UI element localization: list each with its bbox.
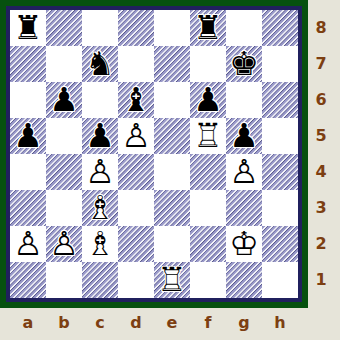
piece-black-pawn[interactable]: ♟♟ — [226, 118, 262, 154]
square-b2[interactable]: ♟♙ — [46, 226, 82, 262]
piece-white-rook[interactable]: ♜♖ — [190, 118, 226, 154]
square-b7[interactable] — [46, 46, 82, 82]
rank-label-2: 2 — [308, 226, 334, 262]
square-b4[interactable] — [46, 154, 82, 190]
piece-black-rook[interactable]: ♜♜ — [190, 10, 226, 46]
chess-diagram: ♜♜♜♜♞♞♚♚♟♟♝♝♟♟♟♟♟♟♟♙♜♖♟♟♟♙♟♙♝♗♟♙♟♙♝♗♚♔♜♖… — [0, 0, 340, 340]
piece-outline-glyph: ♟ — [226, 118, 262, 154]
square-f5[interactable]: ♜♖ — [190, 118, 226, 154]
piece-outline-glyph: ♜ — [10, 10, 46, 46]
piece-outline-glyph: ♔ — [226, 226, 262, 262]
square-c2[interactable]: ♝♗ — [82, 226, 118, 262]
rank-label-7: 7 — [308, 46, 334, 82]
square-f4[interactable] — [190, 154, 226, 190]
piece-outline-glyph: ♚ — [226, 46, 262, 82]
file-label-b: b — [46, 308, 82, 340]
square-d6[interactable]: ♝♝ — [118, 82, 154, 118]
square-b8[interactable] — [46, 10, 82, 46]
square-f2[interactable] — [190, 226, 226, 262]
square-g6[interactable] — [226, 82, 262, 118]
rank-label-6: 6 — [308, 82, 334, 118]
square-h1[interactable] — [262, 262, 298, 298]
square-h8[interactable] — [262, 10, 298, 46]
square-g7[interactable]: ♚♚ — [226, 46, 262, 82]
square-e1[interactable]: ♜♖ — [154, 262, 190, 298]
square-g5[interactable]: ♟♟ — [226, 118, 262, 154]
piece-black-pawn[interactable]: ♟♟ — [46, 82, 82, 118]
square-c3[interactable]: ♝♗ — [82, 190, 118, 226]
square-g4[interactable]: ♟♙ — [226, 154, 262, 190]
square-d1[interactable] — [118, 262, 154, 298]
chess-board: ♜♜♜♜♞♞♚♚♟♟♝♝♟♟♟♟♟♟♟♙♜♖♟♟♟♙♟♙♝♗♟♙♟♙♝♗♚♔♜♖ — [10, 10, 298, 298]
rank-label-3: 3 — [308, 190, 334, 226]
piece-outline-glyph: ♟ — [82, 118, 118, 154]
piece-black-knight[interactable]: ♞♞ — [82, 46, 118, 82]
square-h2[interactable] — [262, 226, 298, 262]
square-b5[interactable] — [46, 118, 82, 154]
file-label-c: c — [82, 308, 118, 340]
file-label-g: g — [226, 308, 262, 340]
piece-outline-glyph: ♖ — [190, 118, 226, 154]
file-label-a: a — [10, 308, 46, 340]
square-c7[interactable]: ♞♞ — [82, 46, 118, 82]
file-label-h: h — [262, 308, 298, 340]
square-c4[interactable]: ♟♙ — [82, 154, 118, 190]
piece-white-pawn[interactable]: ♟♙ — [82, 154, 118, 190]
file-label-f: f — [190, 308, 226, 340]
square-a6[interactable] — [10, 82, 46, 118]
piece-outline-glyph: ♟ — [190, 82, 226, 118]
square-h4[interactable] — [262, 154, 298, 190]
square-a8[interactable]: ♜♜ — [10, 10, 46, 46]
piece-outline-glyph: ♙ — [118, 118, 154, 154]
piece-outline-glyph: ♜ — [190, 10, 226, 46]
square-d7[interactable] — [118, 46, 154, 82]
square-a2[interactable]: ♟♙ — [10, 226, 46, 262]
piece-black-pawn[interactable]: ♟♟ — [190, 82, 226, 118]
square-c8[interactable] — [82, 10, 118, 46]
square-b6[interactable]: ♟♟ — [46, 82, 82, 118]
file-label-e: e — [154, 308, 190, 340]
rank-label-1: 1 — [308, 262, 334, 298]
piece-outline-glyph: ♝ — [118, 82, 154, 118]
square-f7[interactable] — [190, 46, 226, 82]
square-a5[interactable]: ♟♟ — [10, 118, 46, 154]
piece-outline-glyph: ♙ — [82, 154, 118, 190]
square-d3[interactable] — [118, 190, 154, 226]
square-c6[interactable] — [82, 82, 118, 118]
square-e4[interactable] — [154, 154, 190, 190]
piece-white-pawn[interactable]: ♟♙ — [226, 154, 262, 190]
piece-outline-glyph: ♙ — [10, 226, 46, 262]
piece-white-bishop[interactable]: ♝♗ — [82, 190, 118, 226]
square-b3[interactable] — [46, 190, 82, 226]
piece-black-pawn[interactable]: ♟♟ — [82, 118, 118, 154]
rank-label-8: 8 — [308, 10, 334, 46]
piece-outline-glyph: ♗ — [82, 190, 118, 226]
square-c5[interactable]: ♟♟ — [82, 118, 118, 154]
rank-label-4: 4 — [308, 154, 334, 190]
piece-outline-glyph: ♟ — [10, 118, 46, 154]
square-h7[interactable] — [262, 46, 298, 82]
square-h6[interactable] — [262, 82, 298, 118]
square-f6[interactable]: ♟♟ — [190, 82, 226, 118]
piece-outline-glyph: ♟ — [46, 82, 82, 118]
square-c1[interactable] — [82, 262, 118, 298]
square-a7[interactable] — [10, 46, 46, 82]
square-a4[interactable] — [10, 154, 46, 190]
square-e3[interactable] — [154, 190, 190, 226]
square-g1[interactable] — [226, 262, 262, 298]
board-frame: ♜♜♜♜♞♞♚♚♟♟♝♝♟♟♟♟♟♟♟♙♜♖♟♟♟♙♟♙♝♗♟♙♟♙♝♗♚♔♜♖ — [0, 0, 308, 308]
square-e6[interactable] — [154, 82, 190, 118]
piece-outline-glyph: ♙ — [46, 226, 82, 262]
square-d4[interactable] — [118, 154, 154, 190]
piece-white-pawn[interactable]: ♟♙ — [46, 226, 82, 262]
square-g8[interactable] — [226, 10, 262, 46]
square-e7[interactable] — [154, 46, 190, 82]
square-h3[interactable] — [262, 190, 298, 226]
square-a1[interactable] — [10, 262, 46, 298]
square-d5[interactable]: ♟♙ — [118, 118, 154, 154]
square-g2[interactable]: ♚♔ — [226, 226, 262, 262]
piece-black-rook[interactable]: ♜♜ — [10, 10, 46, 46]
piece-outline-glyph: ♙ — [226, 154, 262, 190]
square-e2[interactable] — [154, 226, 190, 262]
piece-white-bishop[interactable]: ♝♗ — [82, 226, 118, 262]
file-labels: abcdefgh — [10, 308, 298, 340]
file-label-d: d — [118, 308, 154, 340]
square-d2[interactable] — [118, 226, 154, 262]
square-a3[interactable] — [10, 190, 46, 226]
square-d8[interactable] — [118, 10, 154, 46]
rank-labels: 87654321 — [308, 10, 334, 298]
piece-black-pawn[interactable]: ♟♟ — [10, 118, 46, 154]
square-f8[interactable]: ♜♜ — [190, 10, 226, 46]
square-e5[interactable] — [154, 118, 190, 154]
piece-white-pawn[interactable]: ♟♙ — [10, 226, 46, 262]
square-f1[interactable] — [190, 262, 226, 298]
square-g3[interactable] — [226, 190, 262, 226]
piece-white-king[interactable]: ♚♔ — [226, 226, 262, 262]
piece-white-rook[interactable]: ♜♖ — [154, 262, 190, 298]
piece-white-pawn[interactable]: ♟♙ — [118, 118, 154, 154]
square-b1[interactable] — [46, 262, 82, 298]
piece-outline-glyph: ♗ — [82, 226, 118, 262]
square-f3[interactable] — [190, 190, 226, 226]
piece-black-bishop[interactable]: ♝♝ — [118, 82, 154, 118]
rank-label-5: 5 — [308, 118, 334, 154]
piece-black-king[interactable]: ♚♚ — [226, 46, 262, 82]
piece-outline-glyph: ♞ — [82, 46, 118, 82]
square-h5[interactable] — [262, 118, 298, 154]
square-e8[interactable] — [154, 10, 190, 46]
piece-outline-glyph: ♖ — [154, 262, 190, 298]
